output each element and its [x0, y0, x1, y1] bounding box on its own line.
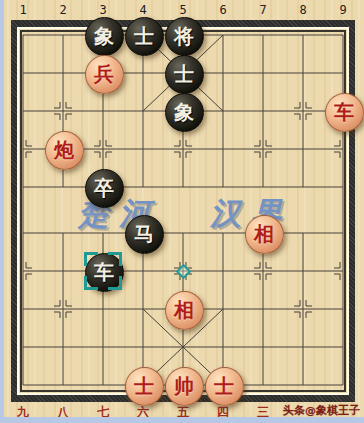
file-label-top: 4 — [133, 3, 153, 17]
piece-black-chariot[interactable]: 车 — [85, 253, 124, 292]
file-label-top: 2 — [53, 3, 73, 17]
piece-red-chariot[interactable]: 车 — [325, 93, 364, 132]
page-margin-bottom — [0, 417, 364, 423]
piece-red-soldier[interactable]: 兵 — [85, 55, 124, 94]
piece-red-general[interactable]: 帅 — [165, 367, 204, 406]
piece-black-elephant[interactable]: 象 — [165, 93, 204, 132]
file-label-top: 1 — [13, 3, 33, 17]
piece-red-advisor[interactable]: 士 — [125, 367, 164, 406]
piece-black-advisor[interactable]: 士 — [165, 55, 204, 94]
file-label-top: 8 — [293, 3, 313, 17]
piece-red-advisor[interactable]: 士 — [205, 367, 244, 406]
piece-black-general[interactable]: 将 — [165, 17, 204, 56]
xiangqi-board-screenshot: 123456789 九八七六五四三 楚河 汉界 象士将兵士象车炮卒马相车相士帅士… — [0, 0, 364, 423]
file-label-top: 3 — [93, 3, 113, 17]
piece-red-elephant[interactable]: 相 — [165, 291, 204, 330]
piece-red-elephant[interactable]: 相 — [245, 215, 284, 254]
piece-red-cannon[interactable]: 炮 — [45, 131, 84, 170]
page-margin-left — [0, 0, 4, 423]
piece-black-advisor[interactable]: 士 — [125, 17, 164, 56]
piece-black-elephant[interactable]: 象 — [85, 17, 124, 56]
piece-black-horse[interactable]: 马 — [125, 215, 164, 254]
file-label-top: 6 — [213, 3, 233, 17]
piece-black-soldier[interactable]: 卒 — [85, 169, 124, 208]
file-label-top: 7 — [253, 3, 273, 17]
file-label-top: 5 — [173, 3, 193, 17]
file-label-top: 9 — [333, 3, 353, 17]
watermark-text: 头条@象棋王子 — [283, 403, 360, 418]
